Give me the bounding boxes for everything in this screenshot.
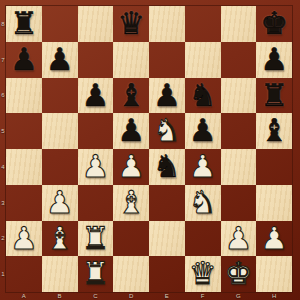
square-e1[interactable] <box>149 256 185 292</box>
square-h4[interactable] <box>256 149 292 185</box>
square-a8[interactable]: ♜ <box>6 6 42 42</box>
square-e6[interactable]: ♟ <box>149 78 185 114</box>
black-pawn-icon: ♟ <box>260 42 288 78</box>
file-label-f: F <box>185 292 221 300</box>
black-king-icon: ♚ <box>260 6 288 42</box>
square-f8[interactable] <box>185 6 221 42</box>
square-c6[interactable]: ♟ <box>78 78 114 114</box>
chess-diagram-frame: ♜♛♚♟♟♟♟♝♟♞♜♟♞♟♝♟♟♞♟♟♝♞♟♝♜♟♟♜♛♚ 87654321 … <box>0 0 300 300</box>
rank-label-2: 2 <box>0 221 6 257</box>
square-a1[interactable] <box>6 256 42 292</box>
black-bishop-icon: ♝ <box>260 113 288 149</box>
rank-label-1: 1 <box>0 256 6 292</box>
square-g8[interactable] <box>221 6 257 42</box>
square-d5[interactable]: ♟ <box>113 113 149 149</box>
square-f7[interactable] <box>185 42 221 78</box>
square-g2[interactable]: ♟ <box>221 221 257 257</box>
white-bishop-icon: ♝ <box>46 221 74 257</box>
white-pawn-icon: ♟ <box>46 185 74 221</box>
white-king-icon: ♚ <box>224 256 252 292</box>
square-b1[interactable] <box>42 256 78 292</box>
square-b4[interactable] <box>42 149 78 185</box>
square-b6[interactable] <box>42 78 78 114</box>
square-a2[interactable]: ♟ <box>6 221 42 257</box>
square-f2[interactable] <box>185 221 221 257</box>
white-bishop-icon: ♝ <box>117 185 145 221</box>
black-pawn-icon: ♟ <box>189 113 217 149</box>
white-pawn-icon: ♟ <box>117 149 145 185</box>
square-e7[interactable] <box>149 42 185 78</box>
rank-label-4: 4 <box>0 149 6 185</box>
square-h5[interactable]: ♝ <box>256 113 292 149</box>
square-b7[interactable]: ♟ <box>42 42 78 78</box>
square-h8[interactable]: ♚ <box>256 6 292 42</box>
square-c1[interactable]: ♜ <box>78 256 114 292</box>
rank-label-5: 5 <box>0 113 6 149</box>
square-d7[interactable] <box>113 42 149 78</box>
square-f5[interactable]: ♟ <box>185 113 221 149</box>
square-c4[interactable]: ♟ <box>78 149 114 185</box>
square-h3[interactable] <box>256 185 292 221</box>
square-c8[interactable] <box>78 6 114 42</box>
square-d3[interactable]: ♝ <box>113 185 149 221</box>
white-rook-icon: ♜ <box>81 221 109 257</box>
file-labels: ABCDEFGH <box>6 292 292 300</box>
white-knight-icon: ♞ <box>189 185 217 221</box>
square-g5[interactable] <box>221 113 257 149</box>
square-b8[interactable] <box>42 6 78 42</box>
chess-board: ♜♛♚♟♟♟♟♝♟♞♜♟♞♟♝♟♟♞♟♟♝♞♟♝♜♟♟♜♛♚ <box>6 6 292 292</box>
square-h7[interactable]: ♟ <box>256 42 292 78</box>
square-a7[interactable]: ♟ <box>6 42 42 78</box>
white-pawn-icon: ♟ <box>224 221 252 257</box>
black-pawn-icon: ♟ <box>153 78 181 114</box>
square-h1[interactable] <box>256 256 292 292</box>
square-f6[interactable]: ♞ <box>185 78 221 114</box>
square-d6[interactable]: ♝ <box>113 78 149 114</box>
square-d2[interactable] <box>113 221 149 257</box>
white-pawn-icon: ♟ <box>10 221 38 257</box>
square-b3[interactable]: ♟ <box>42 185 78 221</box>
black-rook-icon: ♜ <box>260 78 288 114</box>
black-pawn-icon: ♟ <box>117 113 145 149</box>
square-a6[interactable] <box>6 78 42 114</box>
square-g1[interactable]: ♚ <box>221 256 257 292</box>
square-f3[interactable]: ♞ <box>185 185 221 221</box>
white-rook-icon: ♜ <box>81 256 109 292</box>
black-queen-icon: ♛ <box>117 6 145 42</box>
square-c5[interactable] <box>78 113 114 149</box>
square-e8[interactable] <box>149 6 185 42</box>
file-label-d: D <box>113 292 149 300</box>
black-pawn-icon: ♟ <box>46 42 74 78</box>
square-e4[interactable]: ♞ <box>149 149 185 185</box>
square-c2[interactable]: ♜ <box>78 221 114 257</box>
square-h2[interactable]: ♟ <box>256 221 292 257</box>
square-e2[interactable] <box>149 221 185 257</box>
square-g4[interactable] <box>221 149 257 185</box>
file-label-b: B <box>42 292 78 300</box>
square-a3[interactable] <box>6 185 42 221</box>
square-d1[interactable] <box>113 256 149 292</box>
square-g3[interactable] <box>221 185 257 221</box>
black-bishop-icon: ♝ <box>117 78 145 114</box>
black-knight-icon: ♞ <box>189 78 217 114</box>
black-pawn-icon: ♟ <box>81 78 109 114</box>
rank-label-6: 6 <box>0 78 6 114</box>
square-b2[interactable]: ♝ <box>42 221 78 257</box>
square-g6[interactable] <box>221 78 257 114</box>
file-label-g: G <box>221 292 257 300</box>
square-d8[interactable]: ♛ <box>113 6 149 42</box>
square-a4[interactable] <box>6 149 42 185</box>
file-label-a: A <box>6 292 42 300</box>
square-g7[interactable] <box>221 42 257 78</box>
file-label-e: E <box>149 292 185 300</box>
square-c3[interactable] <box>78 185 114 221</box>
square-c7[interactable] <box>78 42 114 78</box>
square-f1[interactable]: ♛ <box>185 256 221 292</box>
white-pawn-icon: ♟ <box>189 149 217 185</box>
white-pawn-icon: ♟ <box>81 149 109 185</box>
black-rook-icon: ♜ <box>10 6 38 42</box>
rank-label-7: 7 <box>0 42 6 78</box>
square-a5[interactable] <box>6 113 42 149</box>
rank-label-3: 3 <box>0 185 6 221</box>
square-e3[interactable] <box>149 185 185 221</box>
black-knight-icon: ♞ <box>153 149 181 185</box>
square-b5[interactable] <box>42 113 78 149</box>
file-label-c: C <box>78 292 114 300</box>
file-label-h: H <box>256 292 292 300</box>
rank-labels: 87654321 <box>0 6 6 292</box>
square-h6[interactable]: ♜ <box>256 78 292 114</box>
white-pawn-icon: ♟ <box>260 221 288 257</box>
white-knight-icon: ♞ <box>153 113 181 149</box>
square-f4[interactable]: ♟ <box>185 149 221 185</box>
square-e5[interactable]: ♞ <box>149 113 185 149</box>
rank-label-8: 8 <box>0 6 6 42</box>
black-pawn-icon: ♟ <box>10 42 38 78</box>
white-queen-icon: ♛ <box>189 256 217 292</box>
square-d4[interactable]: ♟ <box>113 149 149 185</box>
